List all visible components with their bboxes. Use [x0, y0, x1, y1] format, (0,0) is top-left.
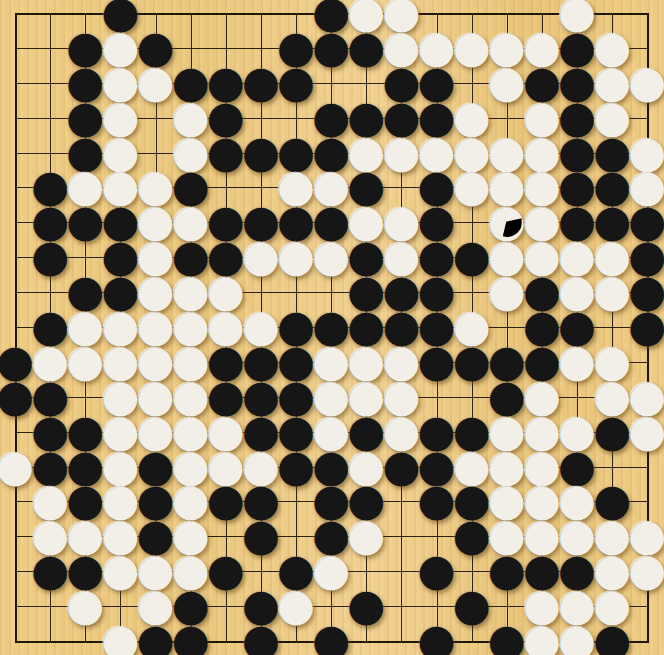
- white-stone-glyph: ●: [101, 553, 139, 587]
- black-stone-glyph: ●: [277, 65, 315, 99]
- white-stone-glyph: ●: [277, 588, 315, 622]
- black-stone-glyph: ●: [31, 239, 69, 273]
- stone-black[interactable]: ●: [244, 136, 278, 170]
- white-stone-glyph: ●: [312, 553, 350, 587]
- white-stone-glyph: ●: [101, 623, 139, 655]
- stone-white[interactable]: ●: [630, 415, 664, 449]
- white-stone-glyph: ●: [452, 169, 490, 203]
- white-stone-glyph: ●: [312, 239, 350, 273]
- black-stone-glyph: ●: [242, 135, 280, 169]
- black-stone-glyph: ●: [207, 483, 245, 517]
- black-stone-glyph: ●: [171, 623, 209, 655]
- stone-white[interactable]: ●: [455, 170, 489, 204]
- black-stone-glyph: ●: [312, 623, 350, 655]
- black-stone-glyph: ●: [593, 623, 631, 655]
- white-stone-glyph: ●: [523, 623, 561, 655]
- black-stone-glyph: ●: [593, 414, 631, 448]
- stone-black[interactable]: ●: [68, 205, 102, 239]
- stone-white[interactable]: ●: [103, 624, 137, 655]
- black-stone-glyph: ●: [452, 518, 490, 552]
- stone-black[interactable]: ●: [244, 66, 278, 100]
- black-stone-glyph: ●: [207, 553, 245, 587]
- stone-white[interactable]: ●: [490, 66, 524, 100]
- black-stone-glyph: ●: [347, 30, 385, 64]
- black-stone-glyph: ●: [136, 623, 174, 655]
- stone-black[interactable]: ●: [420, 554, 454, 588]
- stone-black[interactable]: ●: [0, 380, 32, 414]
- stone-black[interactable]: ●: [209, 484, 243, 518]
- white-stone-glyph: ●: [242, 239, 280, 273]
- grid-line-vertical: [15, 13, 17, 643]
- stone-white[interactable]: ●: [139, 66, 173, 100]
- stone-white[interactable]: ●: [490, 275, 524, 309]
- stone-black[interactable]: ●: [244, 519, 278, 553]
- stone-black[interactable]: ●: [384, 450, 418, 484]
- stone-black[interactable]: ●: [490, 554, 524, 588]
- stone-black[interactable]: ●: [244, 624, 278, 655]
- stone-white[interactable]: ●: [560, 345, 594, 379]
- white-stone-glyph: ●: [452, 30, 490, 64]
- black-stone-glyph: ●: [452, 344, 490, 378]
- white-stone-glyph: ●: [66, 344, 104, 378]
- stone-black[interactable]: ●: [595, 624, 629, 655]
- white-stone-glyph: ●: [628, 414, 664, 448]
- stone-black[interactable]: ●: [33, 554, 67, 588]
- stone-white[interactable]: ●: [0, 450, 32, 484]
- stone-black[interactable]: ●: [420, 624, 454, 655]
- black-stone-glyph: ●: [417, 344, 455, 378]
- stone-black[interactable]: ●: [349, 31, 383, 65]
- stone-black[interactable]: ●: [33, 240, 67, 274]
- white-stone-glyph: ●: [593, 274, 631, 308]
- stone-black[interactable]: ●: [279, 66, 313, 100]
- black-stone-glyph: ●: [312, 30, 350, 64]
- stone-black[interactable]: ●: [595, 415, 629, 449]
- white-stone-glyph: ●: [628, 553, 664, 587]
- black-stone-glyph: ●: [452, 239, 490, 273]
- stone-black[interactable]: ●: [209, 554, 243, 588]
- black-stone-glyph: ●: [242, 65, 280, 99]
- black-stone-glyph: ●: [207, 135, 245, 169]
- stone-white[interactable]: ●: [314, 554, 348, 588]
- stone-black[interactable]: ●: [455, 240, 489, 274]
- stone-white[interactable]: ●: [244, 240, 278, 274]
- white-stone-glyph: ●: [558, 623, 596, 655]
- stone-black[interactable]: ●: [420, 484, 454, 518]
- stone-white[interactable]: ●: [630, 66, 664, 100]
- black-stone-glyph: ●: [242, 623, 280, 655]
- black-stone-glyph: ●: [452, 588, 490, 622]
- black-stone-glyph: ●: [417, 553, 455, 587]
- black-stone-glyph: ●: [0, 379, 34, 413]
- stone-white[interactable]: ●: [630, 554, 664, 588]
- stone-black[interactable]: ●: [630, 310, 664, 344]
- stone-white[interactable]: ●: [384, 136, 418, 170]
- stone-black[interactable]: ●: [174, 624, 208, 655]
- black-stone-glyph: ●: [277, 449, 315, 483]
- white-stone-glyph: ●: [628, 65, 664, 99]
- black-stone-glyph: ●: [488, 623, 526, 655]
- white-stone-glyph: ●: [488, 274, 526, 308]
- white-stone-glyph: ●: [382, 135, 420, 169]
- black-stone-glyph: ●: [382, 449, 420, 483]
- stone-black[interactable]: ●: [455, 519, 489, 553]
- stone-black[interactable]: ●: [490, 624, 524, 655]
- black-stone-glyph: ●: [242, 518, 280, 552]
- stone-white[interactable]: ●: [279, 589, 313, 623]
- stone-white[interactable]: ●: [455, 31, 489, 65]
- stone-white[interactable]: ●: [68, 589, 102, 623]
- white-stone-glyph: ●: [347, 518, 385, 552]
- stone-black[interactable]: ●: [209, 136, 243, 170]
- stone-black[interactable]: ●: [314, 31, 348, 65]
- stone-black[interactable]: ●: [420, 345, 454, 379]
- white-stone-glyph: ●: [558, 344, 596, 378]
- black-stone-glyph: ●: [66, 204, 104, 238]
- stone-white[interactable]: ●: [349, 519, 383, 553]
- black-stone-glyph: ●: [417, 623, 455, 655]
- stone-black[interactable]: ●: [455, 345, 489, 379]
- black-stone-glyph: ●: [31, 553, 69, 587]
- black-stone-glyph: ●: [628, 309, 664, 343]
- white-stone-glyph: ●: [0, 449, 34, 483]
- stone-white[interactable]: ●: [560, 624, 594, 655]
- stone-white[interactable]: ●: [525, 624, 559, 655]
- white-stone-glyph: ●: [66, 588, 104, 622]
- black-stone-glyph: ●: [488, 553, 526, 587]
- white-stone-glyph: ●: [277, 239, 315, 273]
- stone-white[interactable]: ●: [595, 275, 629, 309]
- stone-black[interactable]: ●: [349, 589, 383, 623]
- stone-black[interactable]: ●: [279, 450, 313, 484]
- stone-black[interactable]: ●: [314, 624, 348, 655]
- stone-white[interactable]: ●: [103, 554, 137, 588]
- stone-white[interactable]: ●: [314, 240, 348, 274]
- black-stone-glyph: ●: [417, 483, 455, 517]
- stone-black[interactable]: ●: [139, 624, 173, 655]
- stone-white[interactable]: ●: [68, 345, 102, 379]
- black-stone-glyph: ●: [347, 588, 385, 622]
- white-stone-glyph: ●: [488, 65, 526, 99]
- stone-black[interactable]: ●: [455, 589, 489, 623]
- stone-white[interactable]: ●: [279, 240, 313, 274]
- go-board[interactable]: ●●●●●●●●●●●●●●●●●●●●●●●●●●●●●●●●●●●●●●●●…: [0, 0, 664, 655]
- white-stone-glyph: ●: [136, 65, 174, 99]
